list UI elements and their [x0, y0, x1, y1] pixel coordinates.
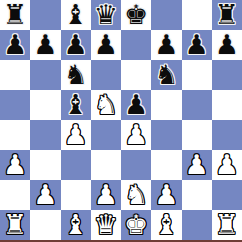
square-d6[interactable] [91, 60, 121, 90]
white-pawn[interactable]: ♟ [3, 150, 27, 180]
black-pawn[interactable]: ♟ [215, 30, 239, 60]
square-d3[interactable] [91, 150, 121, 180]
white-pawn[interactable]: ♟ [215, 150, 239, 180]
square-d2[interactable]: ♟ [91, 180, 121, 210]
white-queen[interactable]: ♛ [94, 210, 118, 240]
square-d1[interactable]: ♛ [91, 210, 121, 240]
square-c8[interactable]: ♝ [61, 0, 91, 30]
black-rook[interactable]: ♜ [215, 0, 239, 30]
square-b8[interactable] [30, 0, 60, 30]
square-b1[interactable] [30, 210, 60, 240]
square-f5[interactable] [151, 90, 181, 120]
square-a3[interactable]: ♟ [0, 150, 30, 180]
square-a2[interactable] [0, 180, 30, 210]
white-bishop[interactable]: ♝ [64, 210, 88, 240]
square-a1[interactable]: ♜ [0, 210, 30, 240]
white-pawn[interactable]: ♟ [185, 150, 209, 180]
square-b5[interactable] [30, 90, 60, 120]
white-knight[interactable]: ♞ [94, 90, 118, 120]
square-a7[interactable]: ♟ [0, 30, 30, 60]
board-grid: ♜♝♛♚♜♟♟♟♟♟♟♟♞♞♝♞♟♟♟♟♟♟♟♟♞♟♜♝♛♚♝♜ [0, 0, 242, 240]
square-b6[interactable] [30, 60, 60, 90]
square-e6[interactable] [121, 60, 151, 90]
square-b2[interactable]: ♟ [30, 180, 60, 210]
white-rook[interactable]: ♜ [3, 210, 27, 240]
white-rook[interactable]: ♜ [215, 210, 239, 240]
square-g4[interactable] [182, 120, 212, 150]
square-e1[interactable]: ♚ [121, 210, 151, 240]
white-pawn[interactable]: ♟ [64, 120, 88, 150]
square-g5[interactable] [182, 90, 212, 120]
square-f2[interactable]: ♟ [151, 180, 181, 210]
black-knight[interactable]: ♞ [154, 60, 178, 90]
square-c1[interactable]: ♝ [61, 210, 91, 240]
square-c4[interactable]: ♟ [61, 120, 91, 150]
black-rook[interactable]: ♜ [3, 0, 27, 30]
square-h2[interactable] [212, 180, 242, 210]
square-h1[interactable]: ♜ [212, 210, 242, 240]
square-g6[interactable] [182, 60, 212, 90]
black-bishop[interactable]: ♝ [64, 0, 88, 30]
square-h6[interactable] [212, 60, 242, 90]
square-e7[interactable] [121, 30, 151, 60]
square-f3[interactable] [151, 150, 181, 180]
black-pawn[interactable]: ♟ [124, 90, 148, 120]
square-d8[interactable]: ♛ [91, 0, 121, 30]
square-b7[interactable]: ♟ [30, 30, 60, 60]
black-pawn[interactable]: ♟ [185, 30, 209, 60]
square-g2[interactable] [182, 180, 212, 210]
chess-board: ♜♝♛♚♜♟♟♟♟♟♟♟♞♞♝♞♟♟♟♟♟♟♟♟♞♟♜♝♛♚♝♜ [0, 0, 242, 242]
square-f1[interactable]: ♝ [151, 210, 181, 240]
square-e3[interactable] [121, 150, 151, 180]
square-d4[interactable] [91, 120, 121, 150]
square-d5[interactable]: ♞ [91, 90, 121, 120]
square-a4[interactable] [0, 120, 30, 150]
square-f7[interactable]: ♟ [151, 30, 181, 60]
black-pawn[interactable]: ♟ [3, 30, 27, 60]
square-g8[interactable] [182, 0, 212, 30]
black-pawn[interactable]: ♟ [154, 30, 178, 60]
square-f8[interactable] [151, 0, 181, 30]
black-pawn[interactable]: ♟ [94, 30, 118, 60]
square-e8[interactable]: ♚ [121, 0, 151, 30]
square-h7[interactable]: ♟ [212, 30, 242, 60]
black-queen[interactable]: ♛ [94, 0, 118, 30]
square-e4[interactable]: ♟ [121, 120, 151, 150]
square-h8[interactable]: ♜ [212, 0, 242, 30]
white-pawn[interactable]: ♟ [94, 180, 118, 210]
white-pawn[interactable]: ♟ [154, 180, 178, 210]
square-a8[interactable]: ♜ [0, 0, 30, 30]
black-bishop[interactable]: ♝ [64, 90, 88, 120]
square-g7[interactable]: ♟ [182, 30, 212, 60]
square-c6[interactable]: ♞ [61, 60, 91, 90]
white-knight[interactable]: ♞ [124, 180, 148, 210]
white-pawn[interactable]: ♟ [33, 180, 57, 210]
square-c3[interactable] [61, 150, 91, 180]
square-b4[interactable] [30, 120, 60, 150]
square-e2[interactable]: ♞ [121, 180, 151, 210]
square-h4[interactable] [212, 120, 242, 150]
square-g1[interactable] [182, 210, 212, 240]
square-h5[interactable] [212, 90, 242, 120]
white-bishop[interactable]: ♝ [154, 210, 178, 240]
square-h3[interactable]: ♟ [212, 150, 242, 180]
square-f6[interactable]: ♞ [151, 60, 181, 90]
white-pawn[interactable]: ♟ [124, 120, 148, 150]
white-king[interactable]: ♚ [124, 210, 148, 240]
square-c5[interactable]: ♝ [61, 90, 91, 120]
square-d7[interactable]: ♟ [91, 30, 121, 60]
black-knight[interactable]: ♞ [64, 60, 88, 90]
square-a5[interactable] [0, 90, 30, 120]
black-king[interactable]: ♚ [124, 0, 148, 30]
black-pawn[interactable]: ♟ [64, 30, 88, 60]
square-b3[interactable] [30, 150, 60, 180]
square-f4[interactable] [151, 120, 181, 150]
square-a6[interactable] [0, 60, 30, 90]
square-c2[interactable] [61, 180, 91, 210]
square-e5[interactable]: ♟ [121, 90, 151, 120]
square-g3[interactable]: ♟ [182, 150, 212, 180]
black-pawn[interactable]: ♟ [33, 30, 57, 60]
square-c7[interactable]: ♟ [61, 30, 91, 60]
